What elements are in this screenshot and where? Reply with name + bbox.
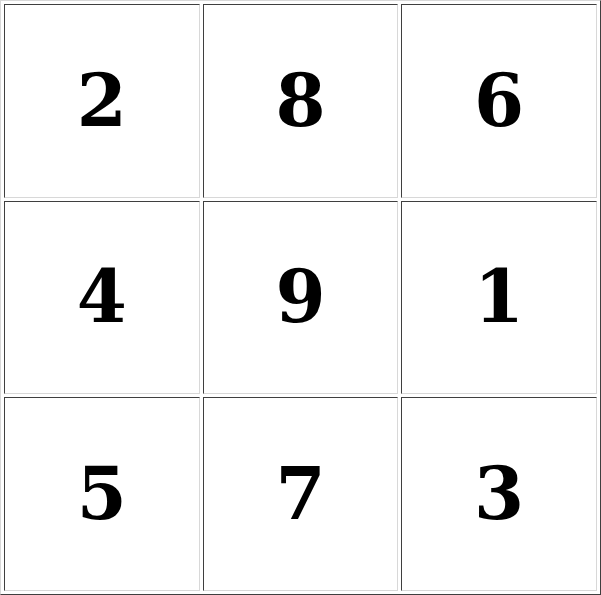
cell-r2c3[interactable]: 1 — [401, 201, 597, 395]
cell-r1c3[interactable]: 6 — [401, 4, 597, 198]
cell-r2c2[interactable]: 9 — [203, 201, 399, 395]
cell-r3c2[interactable]: 7 — [203, 397, 399, 591]
cell-value: 7 — [275, 458, 325, 530]
cell-r1c1[interactable]: 2 — [4, 4, 200, 198]
cell-value: 9 — [275, 261, 325, 333]
cell-value: 8 — [275, 65, 325, 137]
puzzle-grid: 2 8 6 4 9 1 5 7 3 — [0, 0, 601, 595]
cell-value: 2 — [77, 65, 127, 137]
cell-r3c1[interactable]: 5 — [4, 397, 200, 591]
cell-r1c2[interactable]: 8 — [203, 4, 399, 198]
cell-value: 4 — [77, 261, 127, 333]
cell-value: 1 — [474, 261, 524, 333]
cell-value: 5 — [77, 458, 127, 530]
cell-r2c1[interactable]: 4 — [4, 201, 200, 395]
cell-value: 6 — [474, 65, 524, 137]
cell-r3c3[interactable]: 3 — [401, 397, 597, 591]
cell-value: 3 — [474, 458, 524, 530]
